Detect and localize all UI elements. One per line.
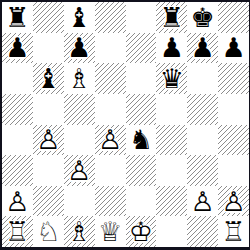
square-e1[interactable]: ♚♔ (126, 216, 157, 247)
white-pawn-icon: ♙ (33, 125, 64, 156)
square-d8[interactable] (95, 2, 126, 33)
square-g3[interactable] (187, 155, 218, 186)
square-g4[interactable] (187, 125, 218, 156)
piece-black-knight: ♞♞ (126, 125, 157, 156)
square-a8[interactable]: ♜♜ (2, 2, 33, 33)
square-b4[interactable]: ♟♙ (33, 125, 64, 156)
square-g6[interactable] (187, 63, 218, 94)
piece-white-knight: ♞♘ (33, 216, 64, 247)
square-b8[interactable] (33, 2, 64, 33)
white-rook-icon: ♖ (2, 216, 33, 247)
square-d3[interactable] (95, 155, 126, 186)
square-a4[interactable] (2, 125, 33, 156)
piece-black-queen: ♛♛ (156, 63, 187, 94)
square-b6[interactable]: ♝♝ (33, 63, 64, 94)
square-d7[interactable] (95, 33, 126, 64)
piece-black-rook: ♜♜ (2, 2, 33, 33)
square-f4[interactable] (156, 125, 187, 156)
square-g7[interactable]: ♟♟ (187, 33, 218, 64)
square-a6[interactable] (2, 63, 33, 94)
square-e7[interactable] (126, 33, 157, 64)
square-a7[interactable]: ♟♟ (2, 33, 33, 64)
piece-white-pawn: ♟♙ (95, 125, 126, 156)
piece-white-bishop: ♝♗ (64, 216, 95, 247)
piece-white-pawn: ♟♙ (187, 186, 218, 217)
piece-white-rook: ♜♖ (218, 216, 249, 247)
white-pawn-icon: ♙ (218, 186, 249, 217)
square-e8[interactable] (126, 2, 157, 33)
piece-white-king: ♚♔ (126, 216, 157, 247)
piece-white-rook: ♜♖ (2, 216, 33, 247)
square-h8[interactable] (218, 2, 249, 33)
black-rook-icon: ♜ (156, 2, 187, 33)
square-b7[interactable] (33, 33, 64, 64)
piece-white-pawn: ♟♙ (2, 186, 33, 217)
square-g1[interactable] (187, 216, 218, 247)
square-f5[interactable] (156, 94, 187, 125)
square-h1[interactable]: ♜♖ (218, 216, 249, 247)
white-bishop-icon: ♗ (64, 63, 95, 94)
square-g2[interactable]: ♟♙ (187, 186, 218, 217)
square-f7[interactable]: ♟♟ (156, 33, 187, 64)
square-h2[interactable]: ♟♙ (218, 186, 249, 217)
square-f8[interactable]: ♜♜ (156, 2, 187, 33)
square-a5[interactable] (2, 94, 33, 125)
square-d1[interactable]: ♛♕ (95, 216, 126, 247)
piece-black-pawn: ♟♟ (156, 33, 187, 64)
white-pawn-icon: ♙ (2, 186, 33, 217)
square-d2[interactable] (95, 186, 126, 217)
square-g5[interactable] (187, 94, 218, 125)
white-king-icon: ♔ (126, 216, 157, 247)
square-d4[interactable]: ♟♙ (95, 125, 126, 156)
white-pawn-icon: ♙ (95, 125, 126, 156)
square-h7[interactable]: ♟♟ (218, 33, 249, 64)
chess-board: ♜♜♝♝♜♜♚♚♟♟♟♟♟♟♟♟♟♟♝♝♝♗♛♛♟♙♟♙♞♞♟♙♟♙♟♙♟♙♜♖… (0, 0, 250, 250)
square-h3[interactable] (218, 155, 249, 186)
black-bishop-icon: ♝ (64, 2, 95, 33)
square-b5[interactable] (33, 94, 64, 125)
square-e5[interactable] (126, 94, 157, 125)
square-e2[interactable] (126, 186, 157, 217)
piece-white-bishop: ♝♗ (64, 63, 95, 94)
square-a1[interactable]: ♜♖ (2, 216, 33, 247)
white-pawn-icon: ♙ (64, 155, 95, 186)
square-f3[interactable] (156, 155, 187, 186)
piece-black-pawn: ♟♟ (2, 33, 33, 64)
black-pawn-icon: ♟ (64, 33, 95, 64)
black-pawn-icon: ♟ (187, 33, 218, 64)
square-h6[interactable] (218, 63, 249, 94)
square-b2[interactable] (33, 186, 64, 217)
white-knight-icon: ♘ (33, 216, 64, 247)
black-king-icon: ♚ (187, 2, 218, 33)
black-rook-icon: ♜ (2, 2, 33, 33)
piece-black-pawn: ♟♟ (218, 33, 249, 64)
black-pawn-icon: ♟ (2, 33, 33, 64)
black-pawn-icon: ♟ (218, 33, 249, 64)
piece-black-pawn: ♟♟ (187, 33, 218, 64)
piece-white-queen: ♛♕ (95, 216, 126, 247)
square-f1[interactable] (156, 216, 187, 247)
square-c4[interactable] (64, 125, 95, 156)
square-d6[interactable] (95, 63, 126, 94)
piece-black-bishop: ♝♝ (33, 63, 64, 94)
square-a2[interactable]: ♟♙ (2, 186, 33, 217)
square-c7[interactable]: ♟♟ (64, 33, 95, 64)
white-rook-icon: ♖ (218, 216, 249, 247)
black-pawn-icon: ♟ (156, 33, 187, 64)
square-e3[interactable] (126, 155, 157, 186)
piece-white-pawn: ♟♙ (64, 155, 95, 186)
black-queen-icon: ♛ (156, 63, 187, 94)
piece-black-rook: ♜♜ (156, 2, 187, 33)
black-bishop-icon: ♝ (33, 63, 64, 94)
piece-white-pawn: ♟♙ (33, 125, 64, 156)
piece-black-king: ♚♚ (187, 2, 218, 33)
square-b1[interactable]: ♞♘ (33, 216, 64, 247)
square-e6[interactable] (126, 63, 157, 94)
square-a3[interactable] (2, 155, 33, 186)
square-c6[interactable]: ♝♗ (64, 63, 95, 94)
square-c2[interactable] (64, 186, 95, 217)
square-f2[interactable] (156, 186, 187, 217)
square-e4[interactable]: ♞♞ (126, 125, 157, 156)
square-b3[interactable] (33, 155, 64, 186)
piece-white-pawn: ♟♙ (218, 186, 249, 217)
square-d5[interactable] (95, 94, 126, 125)
square-f6[interactable]: ♛♛ (156, 63, 187, 94)
piece-black-pawn: ♟♟ (64, 33, 95, 64)
black-knight-icon: ♞ (126, 125, 157, 156)
white-queen-icon: ♕ (95, 216, 126, 247)
square-h5[interactable] (218, 94, 249, 125)
square-h4[interactable] (218, 125, 249, 156)
square-c8[interactable]: ♝♝ (64, 2, 95, 33)
white-bishop-icon: ♗ (64, 216, 95, 247)
square-c5[interactable] (64, 94, 95, 125)
square-c1[interactable]: ♝♗ (64, 216, 95, 247)
piece-black-bishop: ♝♝ (64, 2, 95, 33)
square-c3[interactable]: ♟♙ (64, 155, 95, 186)
white-pawn-icon: ♙ (187, 186, 218, 217)
square-g8[interactable]: ♚♚ (187, 2, 218, 33)
